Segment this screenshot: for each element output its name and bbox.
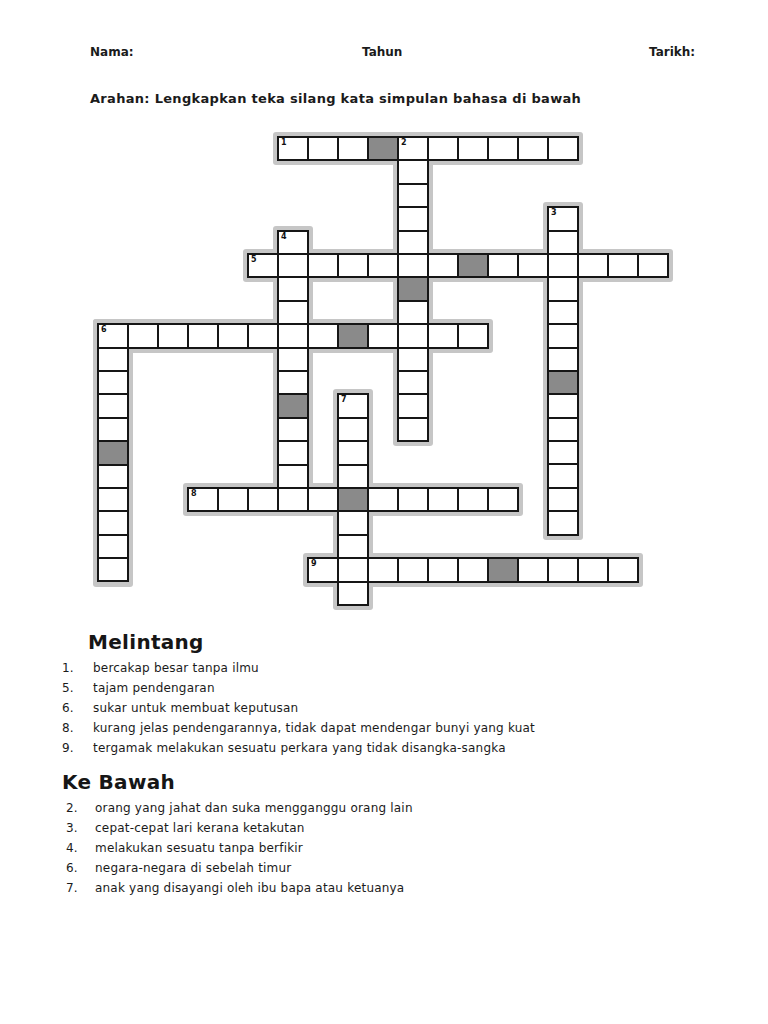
clue-item: 3.cepat-cepat lari kerana ketakutan [66,821,413,841]
clue-number: 1. [62,661,93,675]
answer-cell[interactable] [547,300,579,325]
answer-cell[interactable] [187,323,219,348]
word-9-across [307,557,639,582]
answer-cell[interactable] [457,136,489,161]
answer-cell[interactable] [337,136,369,161]
answer-cell[interactable] [157,323,189,348]
answer-cell[interactable] [97,557,129,582]
answer-cell[interactable] [337,417,369,442]
clue-number: 2. [66,801,95,815]
answer-cell[interactable] [547,323,579,348]
answer-cell[interactable] [367,557,399,582]
grid-number-9: 9 [311,560,317,568]
shaded-cell [397,276,429,301]
answer-cell[interactable] [457,557,489,582]
answer-cell[interactable] [427,557,459,582]
answer-cell[interactable] [547,510,579,535]
answer-cell[interactable] [487,136,519,161]
answer-cell[interactable] [517,136,549,161]
clue-text: anak yang disayangi oleh ibu bapa atau k… [95,881,404,895]
down-heading: Ke Bawah [62,770,175,794]
answer-cell[interactable] [277,464,309,489]
answer-cell[interactable] [277,487,309,512]
answer-cell[interactable] [547,276,579,301]
answer-cell[interactable] [217,323,249,348]
answer-cell[interactable] [547,393,579,418]
shaded-cell [367,136,399,161]
answer-cell[interactable] [427,323,459,348]
answer-cell[interactable] [97,487,129,512]
clue-text: tergamak melakukan sesuatu perkara yang … [93,741,506,755]
grid-number-2: 2 [401,139,407,147]
shaded-cell [337,487,369,512]
answer-cell[interactable] [307,136,339,161]
grid-number-4: 4 [281,233,287,241]
clue-number: 7. [66,881,95,895]
answer-cell[interactable] [127,323,159,348]
grid-number-5: 5 [251,256,257,264]
down-clue-list: 2.orang yang jahat dan suka mengganggu o… [66,801,413,901]
answer-cell[interactable] [427,136,459,161]
answer-cell[interactable] [337,581,369,606]
shaded-cell [487,557,519,582]
answer-cell[interactable] [577,253,609,278]
shaded-cell [547,370,579,395]
answer-cell[interactable] [277,440,309,465]
grid-number-3: 3 [551,209,557,217]
clue-number: 6. [66,861,95,875]
clue-text: kurang jelas pendengarannya, tidak dapat… [93,721,535,735]
across-heading: Melintang [88,630,204,654]
clue-item: 9.tergamak melakukan sesuatu perkara yan… [62,741,535,761]
clue-text: bercakap besar tanpa ilmu [93,661,259,675]
word-6-down [97,323,129,582]
answer-cell[interactable] [397,183,429,208]
answer-cell[interactable] [457,487,489,512]
answer-cell[interactable] [487,487,519,512]
answer-cell[interactable] [577,557,609,582]
shaded-cell [457,253,489,278]
answer-cell[interactable] [97,393,129,418]
worksheet-page: Nama: Tahun Tarikh: Arahan: Lengkapkan t… [0,0,768,1024]
clue-item: 1.bercakap besar tanpa ilmu [62,661,535,681]
answer-cell[interactable] [547,347,579,372]
answer-cell[interactable] [97,534,129,559]
answer-cell[interactable] [247,323,279,348]
answer-cell[interactable] [397,230,429,255]
answer-cell[interactable] [637,253,669,278]
answer-cell[interactable] [547,230,579,255]
word-2-down [397,136,429,442]
answer-cell[interactable] [367,253,399,278]
clue-number: 4. [66,841,95,855]
answer-cell[interactable] [277,253,309,278]
answer-cell[interactable] [397,417,429,442]
answer-cell[interactable] [277,300,309,325]
clue-text: orang yang jahat dan suka mengganggu ora… [95,801,413,815]
answer-cell[interactable] [337,253,369,278]
answer-cell[interactable] [217,487,249,512]
answer-cell[interactable] [97,417,129,442]
answer-cell[interactable] [97,370,129,395]
word-8-across [187,487,519,512]
grid-number-1: 1 [281,139,287,147]
clue-item: 4.melakukan sesuatu tanpa berfikir [66,841,413,861]
answer-cell[interactable] [277,276,309,301]
answer-cell[interactable] [397,323,429,348]
answer-cell[interactable] [97,347,129,372]
answer-cell[interactable] [547,487,579,512]
clue-item: 6.sukar untuk membuat keputusan [62,701,535,721]
clue-text: negara-negara di sebelah timur [95,861,291,875]
answer-cell[interactable] [397,370,429,395]
clue-number: 9. [62,741,93,755]
answer-cell[interactable] [397,206,429,231]
answer-cell[interactable] [97,510,129,535]
answer-cell[interactable] [607,557,639,582]
answer-cell[interactable] [307,487,339,512]
grid-number-6: 6 [101,326,107,334]
across-clue-list: 1.bercakap besar tanpa ilmu5.tajam pende… [62,661,535,761]
answer-cell[interactable] [607,253,639,278]
shaded-cell [97,440,129,465]
clue-text: cepat-cepat lari kerana ketakutan [95,821,305,835]
shaded-cell [337,323,369,348]
answer-cell[interactable] [307,323,339,348]
answer-cell[interactable] [277,323,309,348]
word-5-across [247,253,669,278]
answer-cell[interactable] [547,440,579,465]
answer-cell[interactable] [547,557,579,582]
answer-cell[interactable] [547,417,579,442]
answer-cell[interactable] [427,253,459,278]
answer-cell[interactable] [397,253,429,278]
answer-cell[interactable] [337,440,369,465]
clue-text: tajam pendengaran [93,681,215,695]
answer-cell[interactable] [397,347,429,372]
answer-cell[interactable] [487,253,519,278]
clue-item: 7.anak yang disayangi oleh ibu bapa atau… [66,881,413,901]
clue-item: 6.negara-negara di sebelah timur [66,861,413,881]
answer-cell[interactable] [547,463,579,488]
clue-number: 3. [66,821,95,835]
clue-number: 5. [62,681,93,695]
answer-cell[interactable] [397,300,429,325]
answer-cell[interactable] [277,417,309,442]
clue-number: 8. [62,721,93,735]
answer-cell[interactable] [547,136,579,161]
clue-number: 6. [62,701,93,715]
answer-cell[interactable] [247,487,279,512]
grid-number-8: 8 [191,490,197,498]
answer-cell[interactable] [337,510,369,535]
answer-cell[interactable] [397,393,429,418]
answer-cell[interactable] [337,557,369,582]
word-6-across [97,323,489,348]
answer-cell[interactable] [337,534,369,559]
answer-cell[interactable] [97,464,129,489]
answer-cell[interactable] [397,159,429,184]
answer-cell[interactable] [457,323,489,348]
answer-cell[interactable] [517,253,549,278]
clue-item: 2.orang yang jahat dan suka mengganggu o… [66,801,413,821]
answer-cell[interactable] [397,487,429,512]
answer-cell[interactable] [547,253,579,278]
answer-cell[interactable] [337,464,369,489]
grid-number-7: 7 [341,396,347,404]
clue-text: melakukan sesuatu tanpa berfikir [95,841,303,855]
answer-cell[interactable] [427,487,459,512]
answer-cell[interactable] [307,253,339,278]
answer-cell[interactable] [517,557,549,582]
answer-cell[interactable] [277,370,309,395]
answer-cell[interactable] [367,323,399,348]
answer-cell[interactable] [367,487,399,512]
clue-item: 8.kurang jelas pendengarannya, tidak dap… [62,721,535,741]
clue-text: sukar untuk membuat keputusan [93,701,298,715]
clue-item: 5.tajam pendengaran [62,681,535,701]
answer-cell[interactable] [397,557,429,582]
answer-cell[interactable] [277,347,309,372]
shaded-cell [277,393,309,418]
